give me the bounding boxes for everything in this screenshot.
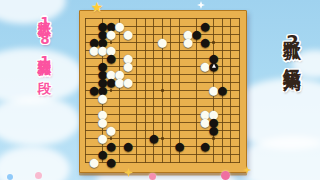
black-stone: ● (209, 126, 218, 135)
hoshi-point (212, 137, 215, 140)
black-stone: ● (201, 38, 210, 47)
sparkle-icon (197, 1, 205, 9)
black-stone: ● (124, 142, 133, 151)
black-stone: ● (175, 142, 184, 151)
blossom-icon (221, 171, 230, 180)
white-stone: ● (89, 158, 98, 167)
last-move-marker (212, 64, 216, 68)
white-stone: ● (183, 38, 192, 47)
black-stone: ● (218, 86, 227, 95)
hoshi-point (110, 89, 113, 92)
black-stone: ● (149, 134, 158, 143)
black-stone: ● (209, 62, 218, 71)
white-stone: ● (158, 38, 167, 47)
black-stone: ● (201, 142, 210, 151)
blossom-icon (7, 174, 13, 180)
left-caption: 从野狐18级到野狐1段 (36, 10, 54, 178)
white-stone: ● (124, 30, 133, 39)
white-stone: ● (107, 126, 116, 135)
hoshi-point (212, 41, 215, 44)
star-icon: ★ (90, 0, 104, 14)
white-stone: ● (124, 78, 133, 87)
blossom-icon (35, 172, 42, 179)
cloud (0, 0, 66, 24)
blossom-icon (149, 173, 156, 180)
go-board: ●●●●●●●●●●●●●●●●●●●●●●●●●●●●●●●●●●●●●●●●… (79, 10, 247, 173)
cloud (238, 136, 320, 180)
black-stone: ● (107, 142, 116, 151)
right-caption: 野狐2级第二局 (280, 27, 304, 171)
white-stone: ● (98, 94, 107, 103)
white-stone: ● (107, 30, 116, 39)
board-grid: ●●●●●●●●●●●●●●●●●●●●●●●●●●●●●●●●●●●●●●●●… (85, 18, 240, 163)
black-stone: ● (107, 54, 116, 63)
hoshi-point (161, 137, 164, 140)
hoshi-point (161, 89, 164, 92)
black-stone: ● (107, 158, 116, 167)
thumbnail: 从野狐18级到野狐1段 野狐2级第二局 ●●●●●●●●●●●●●●●●●●●●… (0, 0, 320, 180)
